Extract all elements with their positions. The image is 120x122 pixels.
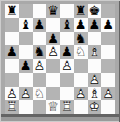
piece-white-rook: ♜ <box>60 100 74 114</box>
piece-black-pawn: ♟ <box>46 32 60 46</box>
piece-white-pawn-outline: ♙ <box>19 87 33 101</box>
square-e5[interactable]: ♟ <box>60 45 74 59</box>
square-c5[interactable]: ♞ <box>33 45 47 59</box>
piece-white-knight-outline: ♘ <box>74 45 88 59</box>
piece-white-knight-outline: ♘ <box>33 87 47 101</box>
square-d6[interactable]: ♟ <box>46 32 60 46</box>
square-b7[interactable]: ♝ <box>19 18 33 32</box>
piece-white-bishop: ♝ <box>88 87 102 101</box>
square-f2[interactable]: ♟♙ <box>74 87 88 101</box>
square-a8[interactable]: ♜ <box>5 4 19 18</box>
square-b5[interactable] <box>19 45 33 59</box>
square-b4[interactable]: ♟ <box>19 59 33 73</box>
square-c6[interactable] <box>33 32 47 46</box>
square-e6[interactable] <box>60 32 74 46</box>
piece-white-pawn-outline: ♙ <box>5 87 19 101</box>
square-a1[interactable]: ♜♖ <box>5 100 19 114</box>
piece-black-pawn: ♟ <box>74 18 88 32</box>
square-g1[interactable]: ♚♔ <box>88 100 102 114</box>
square-c1[interactable] <box>33 100 47 114</box>
square-d1[interactable]: ♛♕ <box>46 100 60 114</box>
square-d2[interactable] <box>46 87 60 101</box>
piece-white-queen-outline: ♕ <box>46 100 60 114</box>
square-e1[interactable]: ♜♖ <box>60 100 74 114</box>
square-h6[interactable] <box>101 32 115 46</box>
piece-white-king: ♚ <box>88 100 102 114</box>
square-c8[interactable] <box>33 4 47 18</box>
square-e2[interactable] <box>60 87 74 101</box>
square-f4[interactable] <box>74 59 88 73</box>
square-h7[interactable]: ♟ <box>101 18 115 32</box>
piece-black-knight: ♞ <box>74 32 88 46</box>
square-f3[interactable] <box>74 73 88 87</box>
piece-black-bishop: ♝ <box>60 18 74 32</box>
piece-white-pawn-outline: ♙ <box>60 59 74 73</box>
square-g3[interactable]: ♟♙ <box>88 73 102 87</box>
square-e3[interactable] <box>60 73 74 87</box>
piece-white-bishop-outline: ♗ <box>88 87 102 101</box>
piece-white-pawn: ♟ <box>88 73 102 87</box>
square-d3[interactable] <box>46 73 60 87</box>
square-a2[interactable]: ♟♙ <box>5 87 19 101</box>
square-a4[interactable] <box>5 59 19 73</box>
square-h2[interactable]: ♟♙ <box>101 87 115 101</box>
square-e7[interactable]: ♝ <box>60 18 74 32</box>
square-g6[interactable] <box>88 32 102 46</box>
piece-white-king-outline: ♔ <box>88 100 102 114</box>
piece-white-pawn: ♟ <box>74 87 88 101</box>
square-f6[interactable]: ♞ <box>74 32 88 46</box>
square-h1[interactable] <box>101 100 115 114</box>
square-g5[interactable]: ♝♗ <box>88 45 102 59</box>
square-g4[interactable] <box>88 59 102 73</box>
square-h8[interactable] <box>101 4 115 18</box>
square-g2[interactable]: ♝♗ <box>88 87 102 101</box>
piece-black-rook: ♜ <box>5 4 19 18</box>
piece-black-rook: ♜ <box>74 4 88 18</box>
square-h3[interactable] <box>101 73 115 87</box>
board-frame-bevel <box>0 114 120 122</box>
square-h4[interactable] <box>101 59 115 73</box>
square-d8[interactable]: ♛ <box>46 4 60 18</box>
square-f7[interactable]: ♟ <box>74 18 88 32</box>
piece-black-pawn: ♟ <box>33 18 47 32</box>
chess-board: ♜♛♜♚♝♟♝♟♟♟♟♞♟♞♟♙♟♞♘♝♗♟♟♙♟♙♟♙♟♙♟♙♞♘♟♙♝♗♟♙… <box>5 4 115 114</box>
square-c2[interactable]: ♞♘ <box>33 87 47 101</box>
piece-white-pawn-outline: ♙ <box>88 73 102 87</box>
piece-black-knight: ♞ <box>33 45 47 59</box>
square-g7[interactable]: ♟ <box>88 18 102 32</box>
piece-white-pawn-outline: ♙ <box>74 87 88 101</box>
square-f1[interactable] <box>74 100 88 114</box>
piece-white-pawn: ♟ <box>33 59 47 73</box>
piece-black-pawn: ♟ <box>5 45 19 59</box>
piece-white-bishop-outline: ♗ <box>88 45 102 59</box>
square-d4[interactable] <box>46 59 60 73</box>
piece-white-pawn: ♟ <box>101 87 115 101</box>
square-b2[interactable]: ♟♙ <box>19 87 33 101</box>
square-c7[interactable]: ♟ <box>33 18 47 32</box>
piece-white-pawn-outline: ♙ <box>33 59 47 73</box>
piece-black-pawn: ♟ <box>88 18 102 32</box>
piece-white-pawn: ♟ <box>19 87 33 101</box>
square-b3[interactable] <box>19 73 33 87</box>
square-a7[interactable] <box>5 18 19 32</box>
square-f8[interactable]: ♜ <box>74 4 88 18</box>
piece-black-pawn: ♟ <box>60 45 74 59</box>
piece-white-pawn-outline: ♙ <box>46 45 60 59</box>
piece-white-rook: ♜ <box>5 100 19 114</box>
square-b8[interactable] <box>19 4 33 18</box>
piece-white-bishop: ♝ <box>88 45 102 59</box>
square-e4[interactable]: ♟♙ <box>60 59 74 73</box>
square-a5[interactable]: ♟ <box>5 45 19 59</box>
chess-board-frame: ♜♛♜♚♝♟♝♟♟♟♟♞♟♞♟♙♟♞♘♝♗♟♟♙♟♙♟♙♟♙♟♙♞♘♟♙♝♗♟♙… <box>0 0 120 122</box>
square-g8[interactable]: ♚ <box>88 4 102 18</box>
square-c3[interactable] <box>33 73 47 87</box>
piece-white-pawn-outline: ♙ <box>101 87 115 101</box>
piece-white-queen: ♛ <box>46 100 60 114</box>
piece-white-rook-outline: ♖ <box>5 100 19 114</box>
piece-black-bishop: ♝ <box>19 18 33 32</box>
square-e8[interactable] <box>60 4 74 18</box>
square-b1[interactable] <box>19 100 33 114</box>
piece-white-rook-outline: ♖ <box>60 100 74 114</box>
piece-black-king: ♚ <box>88 4 102 18</box>
piece-black-pawn: ♟ <box>19 59 33 73</box>
piece-black-pawn: ♟ <box>101 18 115 32</box>
piece-white-knight: ♞ <box>74 45 88 59</box>
square-a6[interactable] <box>5 32 19 46</box>
piece-white-knight: ♞ <box>33 87 47 101</box>
piece-white-pawn: ♟ <box>60 59 74 73</box>
square-c4[interactable]: ♟♙ <box>33 59 47 73</box>
square-d5[interactable]: ♟♙ <box>46 45 60 59</box>
square-a3[interactable] <box>5 73 19 87</box>
square-h5[interactable] <box>101 45 115 59</box>
square-d7[interactable] <box>46 18 60 32</box>
square-f5[interactable]: ♞♘ <box>74 45 88 59</box>
piece-black-queen: ♛ <box>46 4 60 18</box>
square-b6[interactable] <box>19 32 33 46</box>
piece-white-pawn: ♟ <box>46 45 60 59</box>
piece-white-pawn: ♟ <box>5 87 19 101</box>
